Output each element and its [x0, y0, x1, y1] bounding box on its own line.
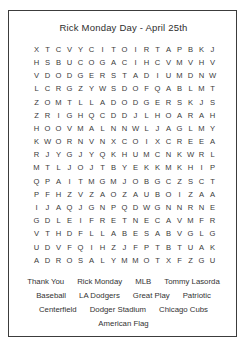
grid-cell: Q	[31, 175, 42, 188]
grid-cell: D	[108, 96, 119, 109]
grid-cell: P	[207, 162, 218, 175]
grid-cell: O	[163, 188, 174, 201]
grid-cell: D	[42, 254, 53, 267]
grid-cell: U	[64, 56, 75, 69]
word-list-item: Centerfield	[39, 305, 77, 314]
grid-cell: A	[108, 228, 119, 241]
grid-cell: E	[130, 162, 141, 175]
grid-cell: T	[152, 43, 163, 56]
grid-cell: G	[152, 201, 163, 214]
grid-cell: M	[163, 162, 174, 175]
grid-cell: V	[207, 56, 218, 69]
grid-cell: K	[108, 149, 119, 162]
grid-cell: E	[108, 214, 119, 227]
grid-cell: A	[163, 83, 174, 96]
grid-cell: A	[196, 109, 207, 122]
grid-cell: L	[86, 228, 97, 241]
grid-cell: H	[53, 228, 64, 241]
grid-cell: V	[31, 69, 42, 82]
grid-cell: T	[64, 96, 75, 109]
grid-cell: M	[108, 175, 119, 188]
grid-cell: Z	[86, 188, 97, 201]
grid-cell: H	[31, 56, 42, 69]
grid-cell: P	[174, 43, 185, 56]
grid-cell: A	[130, 188, 141, 201]
grid-cell: B	[141, 175, 152, 188]
grid-cell: D	[42, 241, 53, 254]
grid-cell: G	[185, 228, 196, 241]
grid-cell: E	[64, 214, 75, 227]
grid-cell: E	[207, 201, 218, 214]
grid-cell: I	[130, 43, 141, 56]
grid-cell: I	[130, 56, 141, 69]
grid-cell: B	[53, 56, 64, 69]
grid-cell: G	[75, 69, 86, 82]
grid-cell: T	[207, 175, 218, 188]
grid-cell: G	[64, 149, 75, 162]
grid-cell: H	[207, 109, 218, 122]
grid-cell: J	[86, 162, 97, 175]
grid-cell: N	[196, 69, 207, 82]
grid-cell: H	[53, 188, 64, 201]
grid-cell: L	[31, 83, 42, 96]
grid-cell: T	[42, 228, 53, 241]
grid-cell: Z	[119, 188, 130, 201]
grid-cell: L	[97, 254, 108, 267]
grid-cell: L	[53, 214, 64, 227]
grid-cell: V	[185, 56, 196, 69]
grid-cell: N	[108, 122, 119, 135]
grid-cell: Y	[75, 43, 86, 56]
grid-cell: O	[163, 109, 174, 122]
grid-cell: G	[141, 96, 152, 109]
grid-cell: I	[75, 214, 86, 227]
grid-cell: Z	[64, 188, 75, 201]
grid-cell: V	[64, 43, 75, 56]
grid-cell: M	[86, 175, 97, 188]
grid-cell: T	[152, 254, 163, 267]
letter-grid: XTCVYCITOIRTAPBKJHSBUCOGACIHCVMVHVVDODGE…	[31, 43, 218, 267]
word-list-item: Dodger Stadium	[90, 305, 146, 314]
grid-cell: K	[196, 43, 207, 56]
grid-cell: D	[119, 109, 130, 122]
grid-cell: A	[196, 188, 207, 201]
word-list-line: American Flag	[10, 316, 237, 330]
grid-cell: L	[141, 109, 152, 122]
grid-cell: W	[97, 83, 108, 96]
grid-cell: O	[53, 122, 64, 135]
word-list-item: Chicago Cubs	[159, 305, 208, 314]
grid-cell: O	[75, 162, 86, 175]
grid-cell: D	[185, 69, 196, 82]
grid-cell: R	[53, 83, 64, 96]
grid-cell: D	[141, 69, 152, 82]
grid-cell: G	[97, 175, 108, 188]
grid-cell: B	[185, 43, 196, 56]
grid-cell: H	[97, 241, 108, 254]
grid-cell: D	[108, 109, 119, 122]
grid-cell: X	[31, 43, 42, 56]
grid-cell: L	[207, 149, 218, 162]
grid-cell: S	[185, 175, 196, 188]
grid-cell: Y	[207, 122, 218, 135]
grid-cell: Q	[64, 201, 75, 214]
grid-cell: V	[31, 228, 42, 241]
grid-cell: A	[207, 135, 218, 148]
grid-cell: K	[141, 162, 152, 175]
grid-cell: D	[119, 83, 130, 96]
grid-cell: L	[141, 122, 152, 135]
grid-cell: G	[174, 122, 185, 135]
grid-cell: M	[75, 122, 86, 135]
grid-cell: T	[174, 241, 185, 254]
grid-cell: Z	[31, 96, 42, 109]
grid-cell: A	[86, 254, 97, 267]
grid-cell: Y	[86, 149, 97, 162]
grid-cell: B	[163, 241, 174, 254]
grid-cell: O	[42, 122, 53, 135]
grid-cell: O	[86, 56, 97, 69]
grid-cell: U	[130, 149, 141, 162]
grid-cell: Z	[75, 83, 86, 96]
grid-cell: G	[64, 83, 75, 96]
grid-cell: Z	[31, 109, 42, 122]
grid-cell: J	[130, 109, 141, 122]
grid-cell: X	[108, 135, 119, 148]
grid-cell: M	[196, 83, 207, 96]
grid-cell: R	[53, 254, 64, 267]
grid-cell: C	[53, 43, 64, 56]
grid-cell: L	[196, 228, 207, 241]
grid-cell: R	[31, 149, 42, 162]
grid-cell: F	[75, 228, 86, 241]
grid-cell: A	[174, 109, 185, 122]
grid-cell: U	[207, 254, 218, 267]
grid-cell: R	[97, 214, 108, 227]
grid-cell: I	[196, 162, 207, 175]
grid-cell: J	[64, 162, 75, 175]
word-list-line: CenterfieldDodger StadiumChicago Cubs	[10, 302, 237, 316]
grid-cell: F	[86, 214, 97, 227]
grid-cell: M	[141, 149, 152, 162]
grid-cell: H	[31, 122, 42, 135]
grid-cell: B	[108, 162, 119, 175]
grid-cell: G	[97, 56, 108, 69]
grid-cell: A	[86, 122, 97, 135]
grid-cell: A	[152, 228, 163, 241]
grid-cell: Y	[86, 83, 97, 96]
grid-cell: A	[31, 254, 42, 267]
grid-cell: Z	[108, 241, 119, 254]
grid-cell: A	[108, 56, 119, 69]
grid-cell: S	[174, 96, 185, 109]
grid-cell: L	[53, 162, 64, 175]
grid-cell: I	[97, 43, 108, 56]
grid-cell: K	[152, 162, 163, 175]
grid-cell: S	[42, 56, 53, 69]
grid-cell: O	[130, 135, 141, 148]
grid-cell: N	[163, 149, 174, 162]
grid-cell: J	[119, 241, 130, 254]
grid-cell: R	[185, 109, 196, 122]
grid-cell: J	[119, 175, 130, 188]
word-list-line: BaseballLA DodgersGreat PlayPatriotic	[10, 288, 237, 302]
grid-cell: K	[174, 149, 185, 162]
grid-cell: U	[163, 69, 174, 82]
grid-cell: J	[42, 201, 53, 214]
grid-cell: V	[163, 56, 174, 69]
grid-cell: K	[174, 162, 185, 175]
grid-cell: V	[53, 241, 64, 254]
grid-cell: O	[141, 254, 152, 267]
grid-cell: L	[97, 122, 108, 135]
grid-cell: U	[141, 188, 152, 201]
grid-cell: W	[42, 135, 53, 148]
word-list-item: Thank You	[27, 277, 64, 286]
grid-cell: Z	[185, 254, 196, 267]
word-list: Thank YouRick MondayMLBTommy LasordaBase…	[10, 274, 237, 330]
grid-cell: E	[141, 214, 152, 227]
grid-cell: T	[42, 43, 53, 56]
grid-cell: I	[141, 135, 152, 148]
grid-cell: I	[174, 188, 185, 201]
grid-cell: G	[31, 214, 42, 227]
grid-cell: A	[130, 69, 141, 82]
grid-cell: Q	[119, 201, 130, 214]
grid-cell: E	[86, 69, 97, 82]
grid-cell: I	[152, 69, 163, 82]
grid-cell: K	[185, 96, 196, 109]
grid-cell: O	[119, 43, 130, 56]
grid-cell: G	[207, 228, 218, 241]
grid-cell: R	[174, 135, 185, 148]
grid-cell: A	[163, 43, 174, 56]
grid-cell: N	[174, 201, 185, 214]
grid-cell: M	[174, 56, 185, 69]
grid-cell: M	[130, 254, 141, 267]
grid-cell: O	[53, 135, 64, 148]
grid-cell: O	[53, 69, 64, 82]
grid-cell: A	[163, 122, 174, 135]
grid-cell: G	[196, 254, 207, 267]
word-list-item: Tommy Lasorda	[164, 277, 219, 286]
word-list-item: American Flag	[98, 319, 148, 328]
grid-cell: N	[97, 201, 108, 214]
grid-cell: F	[64, 241, 75, 254]
grid-cell: Y	[53, 149, 64, 162]
grid-cell: F	[42, 188, 53, 201]
grid-cell: O	[119, 96, 130, 109]
grid-cell: X	[163, 254, 174, 267]
grid-cell: C	[119, 56, 130, 69]
grid-cell: R	[141, 43, 152, 56]
grid-cell: I	[31, 201, 42, 214]
word-list-item: Rick Monday	[77, 277, 122, 286]
grid-cell: C	[119, 135, 130, 148]
grid-cell: O	[130, 175, 141, 188]
grid-cell: R	[185, 201, 196, 214]
grid-cell: P	[31, 188, 42, 201]
grid-cell: M	[119, 254, 130, 267]
grid-cell: I	[53, 109, 64, 122]
grid-cell: R	[64, 135, 75, 148]
grid-cell: J	[42, 149, 53, 162]
grid-cell: T	[119, 214, 130, 227]
word-list-item: MLB	[135, 277, 151, 286]
grid-cell: N	[119, 122, 130, 135]
grid-cell: B	[174, 83, 185, 96]
grid-cell: R	[97, 69, 108, 82]
grid-cell: L	[185, 83, 196, 96]
grid-cell: C	[152, 149, 163, 162]
grid-cell: M	[31, 162, 42, 175]
grid-cell: N	[163, 201, 174, 214]
grid-cell: O	[64, 254, 75, 267]
grid-cell: T	[207, 83, 218, 96]
grid-cell: Q	[152, 83, 163, 96]
grid-cell: F	[196, 214, 207, 227]
grid-cell: C	[97, 109, 108, 122]
grid-cell: C	[163, 175, 174, 188]
word-list-line: Thank YouRick MondayMLBTommy Lasorda	[10, 274, 237, 288]
grid-cell: W	[130, 122, 141, 135]
grid-cell: Y	[108, 254, 119, 267]
grid-cell: U	[31, 241, 42, 254]
grid-cell: H	[75, 109, 86, 122]
grid-cell: K	[31, 135, 42, 148]
grid-cell: L	[97, 228, 108, 241]
grid-cell: M	[53, 96, 64, 109]
grid-cell: D	[64, 228, 75, 241]
grid-cell: Y	[119, 162, 130, 175]
grid-cell: V	[174, 228, 185, 241]
grid-cell: G	[86, 201, 97, 214]
word-list-item: Patriotic	[183, 291, 211, 300]
grid-cell: C	[152, 56, 163, 69]
grid-cell: C	[196, 175, 207, 188]
grid-cell: W	[185, 149, 196, 162]
grid-cell: R	[196, 149, 207, 162]
grid-cell: T	[97, 162, 108, 175]
grid-cell: B	[163, 228, 174, 241]
grid-cell: E	[196, 135, 207, 148]
grid-cell: N	[196, 201, 207, 214]
grid-cell: A	[163, 214, 174, 227]
grid-cell: H	[196, 56, 207, 69]
grid-cell: A	[207, 188, 218, 201]
grid-cell: R	[163, 96, 174, 109]
grid-cell: V	[64, 122, 75, 135]
word-search-page: Rick Monday Day - April 25th XTCVYCITOIR…	[0, 0, 247, 350]
grid-cell: R	[207, 214, 218, 227]
grid-cell: G	[152, 175, 163, 188]
grid-cell: T	[152, 241, 163, 254]
grid-cell: I	[86, 241, 97, 254]
grid-cell: J	[152, 122, 163, 135]
grid-cell: C	[75, 56, 86, 69]
grid-cell: M	[196, 122, 207, 135]
grid-cell: B	[119, 228, 130, 241]
grid-cell: X	[152, 135, 163, 148]
grid-cell: N	[97, 135, 108, 148]
grid-cell: T	[75, 175, 86, 188]
grid-cell: O	[42, 96, 53, 109]
grid-cell: D	[130, 96, 141, 109]
grid-cell: Z	[185, 188, 196, 201]
grid-cell: D	[42, 214, 53, 227]
grid-cell: A	[53, 201, 64, 214]
grid-cell: P	[141, 241, 152, 254]
grid-cell: E	[185, 135, 196, 148]
grid-cell: H	[141, 56, 152, 69]
grid-cell: L	[185, 122, 196, 135]
grid-cell: N	[75, 135, 86, 148]
grid-cell: Q	[97, 149, 108, 162]
grid-cell: H	[152, 109, 163, 122]
grid-cell: H	[119, 149, 130, 162]
grid-cell: B	[152, 188, 163, 201]
grid-cell: C	[86, 43, 97, 56]
grid-cell: A	[53, 175, 64, 188]
grid-cell: C	[42, 83, 53, 96]
grid-cell: Q	[75, 241, 86, 254]
grid-cell: L	[86, 96, 97, 109]
word-list-item: LA Dodgers	[79, 291, 120, 300]
grid-cell: O	[108, 188, 119, 201]
grid-cell: N	[130, 214, 141, 227]
grid-cell: I	[64, 175, 75, 188]
grid-cell: A	[97, 96, 108, 109]
grid-cell: D	[64, 69, 75, 82]
grid-cell: H	[185, 162, 196, 175]
grid-cell: J	[196, 96, 207, 109]
grid-cell: S	[108, 69, 119, 82]
grid-cell: A	[196, 241, 207, 254]
puzzle-title: Rick Monday Day - April 25th	[0, 22, 247, 33]
grid-cell: R	[42, 109, 53, 122]
grid-cell: F	[174, 254, 185, 267]
grid-cell: S	[207, 96, 218, 109]
grid-cell: K	[207, 241, 218, 254]
word-list-item: Great Play	[133, 291, 170, 300]
grid-cell: Q	[86, 109, 97, 122]
grid-cell: V	[75, 188, 86, 201]
grid-cell: E	[152, 96, 163, 109]
grid-cell: G	[64, 109, 75, 122]
grid-cell: J	[75, 149, 86, 162]
grid-cell: D	[42, 69, 53, 82]
grid-cell: A	[97, 188, 108, 201]
word-list-item: Baseball	[36, 291, 66, 300]
grid-cell: T	[119, 69, 130, 82]
grid-cell: T	[42, 162, 53, 175]
grid-cell: V	[174, 214, 185, 227]
grid-cell: M	[185, 214, 196, 227]
grid-cell: V	[86, 135, 97, 148]
grid-cell: M	[174, 69, 185, 82]
grid-cell: P	[108, 201, 119, 214]
grid-cell: S	[108, 83, 119, 96]
grid-cell: F	[141, 83, 152, 96]
grid-cell: C	[163, 135, 174, 148]
grid-cell: L	[75, 96, 86, 109]
grid-cell: D	[130, 201, 141, 214]
grid-cell: J	[207, 43, 218, 56]
grid-cell: F	[130, 241, 141, 254]
grid-cell: U	[185, 241, 196, 254]
grid-cell: J	[75, 201, 86, 214]
grid-cell: W	[207, 69, 218, 82]
